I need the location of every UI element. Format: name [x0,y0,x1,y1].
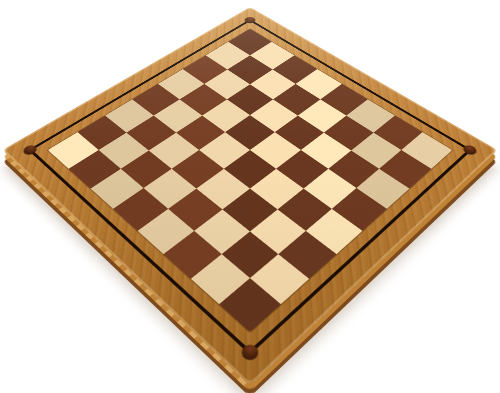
chess-board [3,7,498,386]
board-grid [48,29,452,332]
chessboard-product-photo [0,0,500,393]
